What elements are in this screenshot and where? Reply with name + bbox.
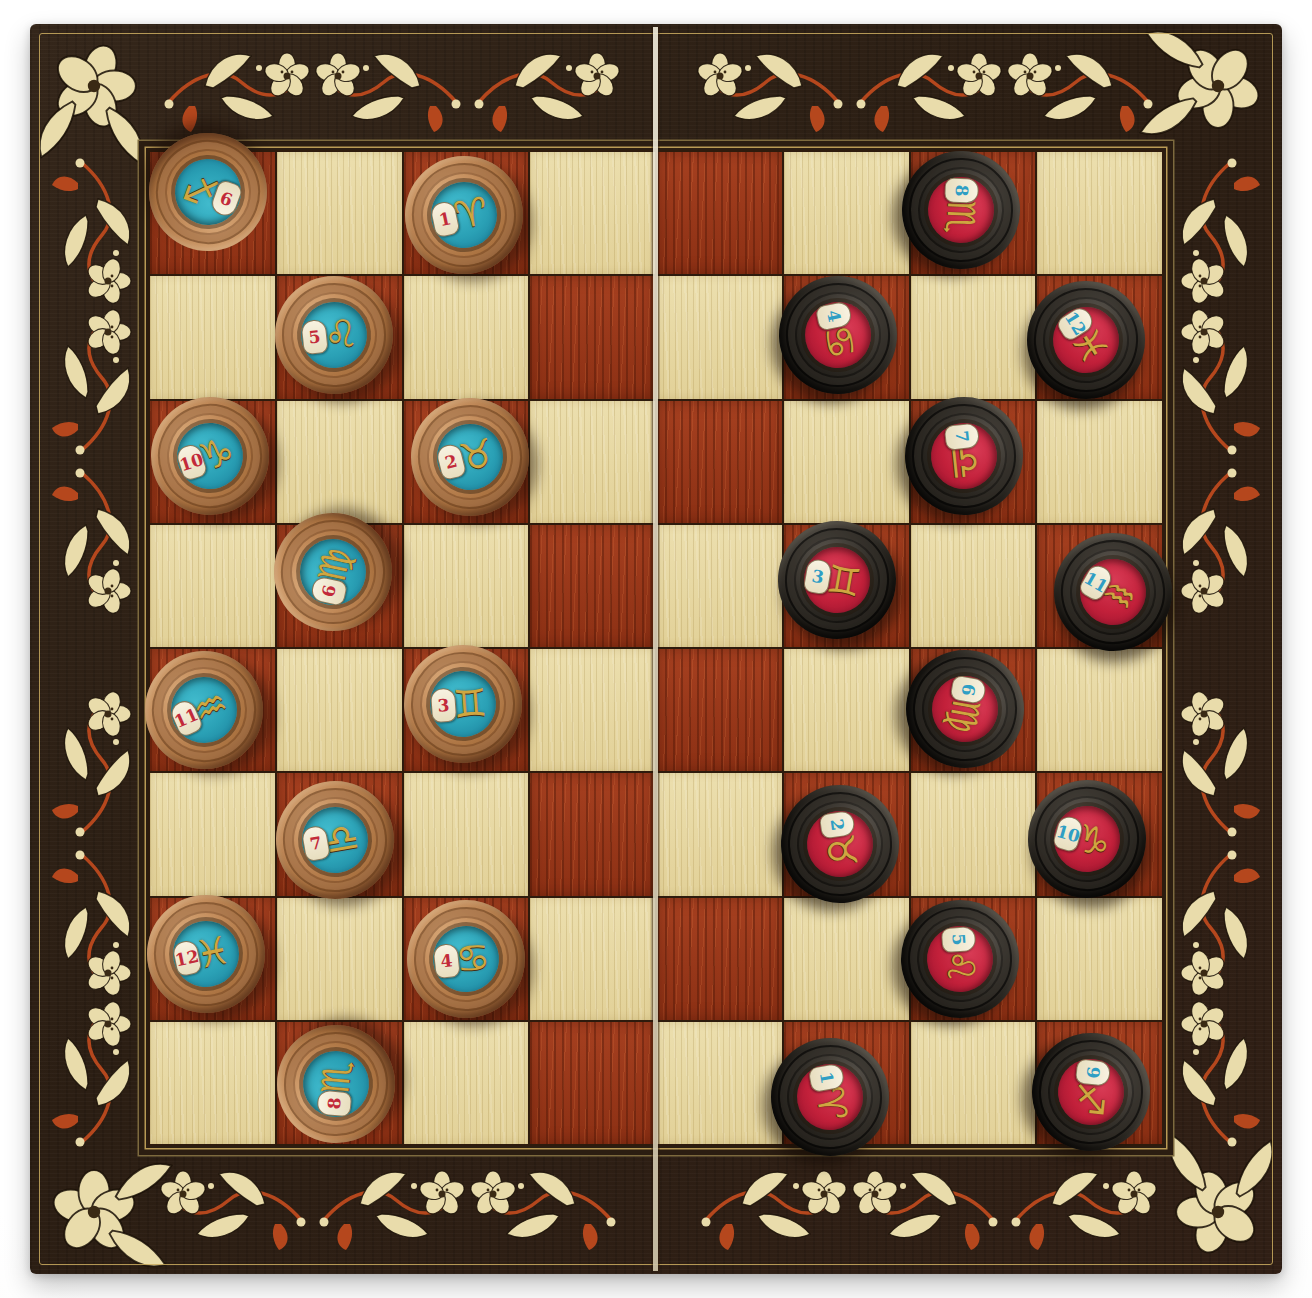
square-r3c2[interactable]: [277, 401, 402, 523]
piece-number-shield: 8: [316, 1089, 352, 1117]
piece-number: 3: [810, 565, 825, 587]
floral-sprig-icon: [313, 53, 460, 132]
piece-label-disc: ♋4: [798, 296, 876, 374]
zodiac-libra-icon: ♎: [944, 444, 985, 482]
piece-number: 5: [948, 933, 969, 946]
square-r2c1[interactable]: [150, 276, 275, 398]
piece-number-shield: 5: [300, 319, 328, 355]
piece-label-disc: ♓12: [1040, 294, 1131, 385]
square-r8c7[interactable]: [911, 1022, 1036, 1144]
square-r5c8[interactable]: [1037, 649, 1162, 771]
corner-flower-icon: [40, 41, 142, 163]
piece-number: 7: [308, 832, 323, 854]
piece-label-disc: ♌5: [297, 298, 370, 371]
board-fold-seam: [653, 27, 658, 1271]
square-r2c7[interactable]: [911, 276, 1036, 398]
zodiac-scorpio-icon: ♏: [316, 1058, 357, 1095]
piece-number: 6: [957, 682, 979, 697]
square-r7c5[interactable]: [657, 898, 782, 1020]
piece-label-disc: ♏8: [300, 1048, 372, 1120]
piece-label-disc: ♒11: [160, 667, 247, 754]
piece-number-shield: 8: [944, 178, 979, 204]
piece-label-disc: ♐9: [1054, 1055, 1127, 1128]
piece-label-disc: ♑10: [1046, 798, 1128, 880]
floral-sprig-icon: [695, 53, 842, 132]
floral-sprig-icon: [850, 1171, 997, 1250]
piece-number-shield: 4: [432, 943, 460, 979]
square-r8c4[interactable]: [530, 1022, 655, 1144]
photo-background: ♐9♈1♌5♑10♉2♍6♒11♊3♎7♓12♋4♏8♏8♋4♓12♎7♊3♒1…: [0, 0, 1312, 1298]
square-r2c3[interactable]: [404, 276, 529, 398]
floral-sprig-icon: [1181, 999, 1260, 1146]
piece-number: 2: [442, 451, 458, 473]
piece-label-disc: ♊3: [427, 669, 497, 739]
piece-label-disc: ♋4: [429, 923, 502, 996]
floral-sprig-icon: [1005, 53, 1152, 132]
piece-label-disc: ♑10: [168, 415, 251, 498]
zodiac-leo-icon: ♌: [322, 313, 360, 354]
piece-label-disc: ♈1: [791, 1059, 867, 1135]
piece-label-disc: ♎7: [927, 420, 1000, 493]
square-r6c7[interactable]: [911, 773, 1036, 895]
piece-number: 8: [951, 184, 971, 197]
piece-number-shield: 9: [1074, 1058, 1110, 1086]
square-r6c4[interactable]: [530, 773, 655, 895]
piece-number: 7: [951, 430, 972, 444]
floral-sprig-icon: [52, 999, 131, 1146]
piece-label-disc: ♓12: [166, 915, 244, 993]
piece-label-disc: ♐9: [165, 150, 250, 235]
piece-label-disc: ♊3: [798, 542, 874, 618]
piece-label-disc: ♎7: [296, 802, 372, 878]
piece-number: 6: [317, 583, 339, 599]
piece-label-disc: ♍6: [293, 533, 371, 611]
piece-number: 4: [439, 951, 453, 972]
floral-sprig-icon: [52, 851, 131, 998]
piece-label-disc: ♈1: [424, 176, 502, 254]
square-r7c4[interactable]: [530, 898, 655, 1020]
piece-label-disc: ♍6: [926, 671, 1002, 747]
floral-sprig-icon: [52, 689, 131, 836]
square-r8c1[interactable]: [150, 1022, 275, 1144]
floral-sprig-icon: [1181, 469, 1260, 616]
piece-label-disc: ♉2: [802, 806, 877, 881]
zodiac-leo-icon: ♌: [940, 948, 980, 985]
square-r2c4[interactable]: [530, 276, 655, 398]
square-r5c4[interactable]: [530, 649, 655, 771]
floral-sprig-icon: [1181, 159, 1260, 306]
square-r1c8[interactable]: [1037, 152, 1162, 274]
square-r4c4[interactable]: [530, 525, 655, 647]
piece-number: 3: [436, 695, 449, 716]
piece-number: 5: [307, 326, 321, 347]
piece-number-shield: 5: [940, 926, 976, 953]
floral-sprig-icon: [1012, 1171, 1159, 1250]
square-r7c8[interactable]: [1037, 898, 1162, 1020]
square-r1c5[interactable]: [657, 152, 782, 274]
square-r5c5[interactable]: [657, 649, 782, 771]
checkers-board: ♐9♈1♌5♑10♉2♍6♒11♊3♎7♓12♋4♏8♏8♋4♓12♎7♊3♒1…: [30, 24, 1282, 1274]
square-r3c5[interactable]: [657, 401, 782, 523]
piece-number: 2: [826, 817, 847, 832]
floral-sprig-icon: [320, 1171, 467, 1250]
square-r3c6[interactable]: [784, 401, 909, 523]
square-r1c4[interactable]: [530, 152, 655, 274]
square-r5c6[interactable]: [784, 649, 909, 771]
square-r7c2[interactable]: [277, 898, 402, 1020]
piece-label-disc: ♒11: [1067, 547, 1157, 637]
floral-sprig-icon: [1181, 307, 1260, 454]
floral-sprig-icon: [1181, 689, 1260, 836]
square-r4c5[interactable]: [657, 525, 782, 647]
corner-flower-icon: [1141, 32, 1263, 134]
floral-sprig-icon: [52, 307, 131, 454]
square-r1c2[interactable]: [277, 152, 402, 274]
floral-sprig-icon: [52, 469, 131, 616]
piece-label-disc: ♏8: [926, 176, 994, 244]
square-r4c1[interactable]: [150, 525, 275, 647]
square-r6c5[interactable]: [657, 773, 782, 895]
square-r8c5[interactable]: [657, 1022, 782, 1144]
zodiac-scorpio-icon: ♏: [941, 200, 980, 235]
square-r1c6[interactable]: [784, 152, 909, 274]
floral-sprig-icon: [468, 1171, 615, 1250]
square-r6c1[interactable]: [150, 773, 275, 895]
floral-sprig-icon: [1181, 851, 1260, 998]
piece-label-disc: ♉2: [429, 417, 509, 497]
corner-flower-icon: [49, 1164, 171, 1266]
floral-sprig-icon: [475, 53, 622, 132]
piece-number: 10: [177, 449, 206, 475]
piece-number: 9: [1082, 1065, 1103, 1079]
piece-number: 4: [822, 308, 844, 324]
corner-flower-icon: [1170, 1135, 1272, 1257]
piece-number: 8: [323, 1096, 344, 1110]
piece-number: 9: [217, 187, 235, 210]
piece-number: 1: [815, 1070, 837, 1085]
piece-number: 10: [1054, 821, 1082, 847]
zodiac-gemini-icon: ♊: [451, 684, 488, 724]
square-r2c5[interactable]: [657, 276, 782, 398]
zodiac-cancer-icon: ♋: [454, 938, 492, 979]
floral-sprig-icon: [165, 53, 312, 132]
square-r4c3[interactable]: [404, 525, 529, 647]
square-r3c4[interactable]: [530, 401, 655, 523]
floral-sprig-icon: [158, 1171, 305, 1250]
square-r5c2[interactable]: [277, 649, 402, 771]
square-r6c3[interactable]: [404, 773, 529, 895]
piece-number: 1: [437, 208, 453, 230]
piece-label-disc: ♌5: [924, 924, 994, 994]
zodiac-sagittarius-icon: ♐: [1069, 1080, 1110, 1118]
square-r3c8[interactable]: [1037, 401, 1162, 523]
piece-number-shield: 3: [429, 688, 456, 724]
square-r4c7[interactable]: [911, 525, 1036, 647]
square-r7c6[interactable]: [784, 898, 909, 1020]
square-r8c3[interactable]: [404, 1022, 529, 1144]
floral-sprig-icon: [52, 159, 131, 306]
floral-sprig-icon: [857, 53, 1004, 132]
floral-sprig-icon: [702, 1171, 849, 1250]
piece-number: 12: [173, 946, 200, 970]
